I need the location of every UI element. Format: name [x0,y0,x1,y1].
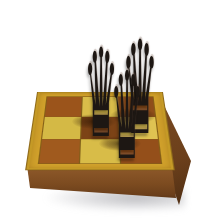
black-piece-front-right[interactable]: ♛ [96,108,158,177]
black-queen-glyph: ♛ [110,56,144,177]
board-photo-scene: ♛♛♛ [0,0,200,220]
